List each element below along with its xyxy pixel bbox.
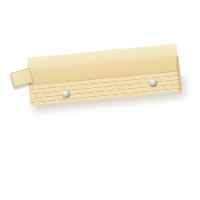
sorting-box: [26, 43, 182, 105]
tile-stack: [126, 103, 153, 104]
metal-knob-right: [150, 79, 158, 87]
sorting-strips: [24, 137, 191, 174]
metal-knob-left: [62, 90, 70, 98]
product-photo-scene: [0, 0, 200, 200]
